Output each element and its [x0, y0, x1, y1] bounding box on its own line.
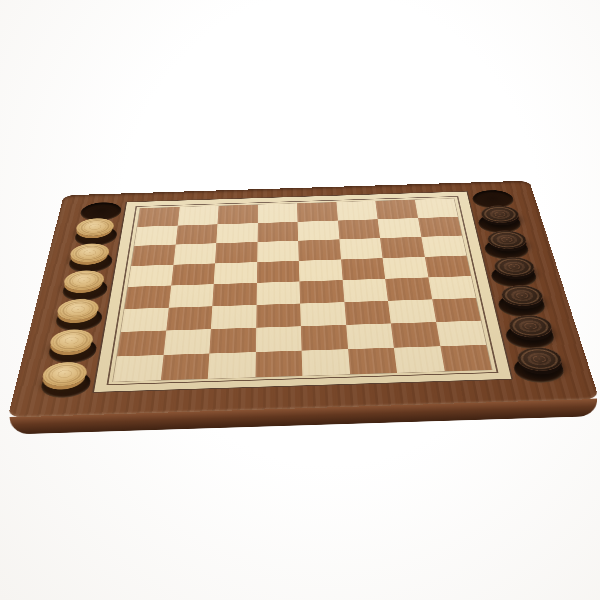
square-f8[interactable]: [336, 201, 377, 220]
square-g5[interactable]: [383, 257, 428, 279]
square-g1[interactable]: [394, 346, 445, 373]
square-c2[interactable]: [209, 328, 255, 354]
square-b8[interactable]: [177, 206, 218, 226]
square-c4[interactable]: [212, 283, 256, 306]
square-d8[interactable]: [257, 203, 297, 222]
square-c1[interactable]: [208, 352, 256, 379]
square-a7[interactable]: [134, 225, 177, 245]
square-h5[interactable]: [424, 255, 470, 277]
square-f1[interactable]: [348, 347, 397, 374]
square-a6[interactable]: [131, 245, 175, 266]
square-c3[interactable]: [211, 305, 256, 329]
square-d5[interactable]: [257, 261, 300, 283]
tray-well[interactable]: [511, 355, 567, 383]
square-b7[interactable]: [175, 224, 217, 244]
playing-field: [92, 191, 513, 393]
square-h7[interactable]: [418, 217, 462, 237]
square-e1[interactable]: [302, 349, 350, 376]
square-d6[interactable]: [257, 241, 299, 262]
square-h1[interactable]: [440, 345, 492, 372]
tray-well[interactable]: [39, 370, 93, 399]
square-b5[interactable]: [171, 263, 215, 285]
square-g4[interactable]: [385, 277, 432, 300]
square-b4[interactable]: [168, 284, 213, 307]
square-b2[interactable]: [163, 329, 211, 355]
square-g7[interactable]: [378, 218, 421, 238]
square-f7[interactable]: [338, 219, 380, 239]
checker-piece-dark[interactable]: [507, 315, 555, 338]
square-d4[interactable]: [256, 281, 300, 304]
square-d7[interactable]: [257, 222, 298, 242]
square-a8[interactable]: [137, 207, 179, 227]
square-e7[interactable]: [298, 220, 340, 240]
square-c5[interactable]: [214, 262, 257, 284]
square-g2[interactable]: [391, 322, 440, 347]
camera-tilt: [0, 0, 600, 600]
square-a4[interactable]: [125, 286, 171, 309]
square-f6[interactable]: [339, 238, 382, 259]
square-g6[interactable]: [380, 237, 424, 258]
square-f2[interactable]: [346, 323, 394, 348]
tray-well[interactable]: [489, 265, 539, 288]
square-e3[interactable]: [300, 302, 346, 326]
square-e4[interactable]: [299, 280, 344, 303]
square-a5[interactable]: [128, 265, 173, 287]
square-f5[interactable]: [341, 258, 386, 280]
square-d2[interactable]: [255, 326, 301, 352]
tray-well[interactable]: [54, 307, 104, 332]
tray-well[interactable]: [503, 323, 557, 349]
square-h3[interactable]: [432, 298, 481, 322]
square-h6[interactable]: [421, 236, 466, 257]
square-e2[interactable]: [301, 325, 348, 351]
square-c7[interactable]: [216, 223, 257, 243]
square-a3[interactable]: [121, 307, 169, 331]
square-b1[interactable]: [160, 353, 209, 380]
tray-well[interactable]: [496, 293, 548, 318]
square-e6[interactable]: [298, 239, 341, 260]
square-d3[interactable]: [256, 303, 301, 327]
square-f3[interactable]: [344, 301, 391, 325]
square-d1[interactable]: [255, 350, 302, 377]
square-a1[interactable]: [113, 355, 163, 382]
square-h8[interactable]: [415, 198, 458, 217]
board-front-edge: [10, 399, 598, 435]
square-g8[interactable]: [375, 200, 417, 219]
square-b3[interactable]: [166, 306, 212, 330]
square-c8[interactable]: [217, 205, 257, 225]
squares-grid: [113, 198, 492, 381]
square-a2[interactable]: [117, 331, 166, 357]
square-h4[interactable]: [428, 276, 476, 299]
checker-piece-light[interactable]: [48, 329, 95, 353]
square-e5[interactable]: [299, 259, 343, 281]
square-g3[interactable]: [388, 299, 436, 323]
square-h2[interactable]: [436, 321, 486, 346]
scene: [0, 0, 600, 600]
square-e8[interactable]: [297, 202, 338, 221]
tray-well[interactable]: [46, 337, 98, 364]
checker-piece-light[interactable]: [62, 270, 106, 291]
square-b6[interactable]: [173, 243, 216, 264]
checkers-board: [8, 181, 600, 418]
square-f4[interactable]: [342, 279, 388, 302]
square-c6[interactable]: [215, 242, 257, 263]
